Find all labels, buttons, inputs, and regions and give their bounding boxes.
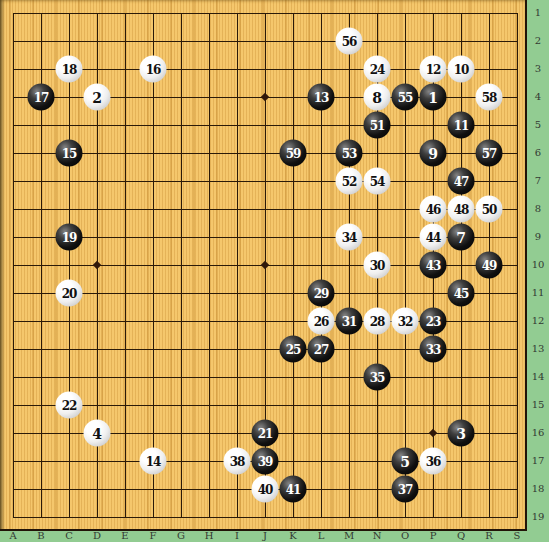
stone-move-number: 29 — [314, 287, 329, 299]
stone-move-number: 37 — [398, 483, 413, 495]
stone-move-number: 58 — [482, 91, 497, 103]
stone-move-number: 21 — [258, 427, 273, 439]
black-stone-C6: 15 — [56, 140, 83, 167]
black-stone-R6: 57 — [476, 140, 503, 167]
stone-move-number: 33 — [426, 343, 441, 355]
stone-move-number: 51 — [370, 119, 385, 131]
white-stone-Q8: 48 — [448, 196, 475, 223]
stone-move-number: 56 — [342, 35, 357, 47]
column-label-O: O — [401, 530, 409, 542]
black-stone-L13: 27 — [308, 336, 335, 363]
stone-move-number: 24 — [370, 63, 385, 75]
row-label-15: 15 — [527, 399, 549, 411]
row-label-11: 11 — [527, 287, 549, 299]
stone-move-number: 8 — [372, 90, 382, 104]
column-label-N: N — [373, 530, 382, 542]
stone-move-number: 45 — [454, 287, 469, 299]
go-kifu-diagram: 1234578910111213141516171819202122232425… — [0, 0, 549, 542]
row-label-10: 10 — [527, 259, 549, 271]
column-label-D: D — [93, 530, 101, 542]
stone-move-number: 41 — [286, 483, 301, 495]
white-stone-O12: 32 — [392, 308, 419, 335]
stone-move-number: 47 — [454, 175, 469, 187]
row-label-14: 14 — [527, 371, 549, 383]
white-stone-N4: 8 — [364, 84, 391, 111]
row-label-4: 4 — [527, 91, 549, 103]
stone-move-number: 22 — [62, 399, 77, 411]
stone-move-number: 2 — [92, 90, 102, 104]
stone-move-number: 36 — [426, 455, 441, 467]
stone-move-number: 55 — [398, 91, 413, 103]
black-stone-O18: 37 — [392, 476, 419, 503]
row-label-13: 13 — [527, 343, 549, 355]
stone-move-number: 50 — [482, 203, 497, 215]
row-label-5: 5 — [527, 119, 549, 131]
row-label-1: 1 — [527, 7, 549, 19]
column-label-C: C — [65, 530, 73, 542]
black-stone-N14: 35 — [364, 364, 391, 391]
white-stone-C11: 20 — [56, 280, 83, 307]
white-stone-I17: 38 — [224, 448, 251, 475]
stone-move-number: 44 — [426, 231, 441, 243]
black-stone-Q9: 7 — [448, 224, 475, 251]
stone-move-number: 20 — [62, 287, 77, 299]
white-stone-N3: 24 — [364, 56, 391, 83]
stone-move-number: 16 — [146, 63, 161, 75]
stone-move-number: 13 — [314, 91, 329, 103]
stone-move-number: 27 — [314, 343, 329, 355]
row-label-17: 17 — [527, 455, 549, 467]
column-label-P: P — [430, 530, 437, 542]
row-label-12: 12 — [527, 315, 549, 327]
stone-move-number: 26 — [314, 315, 329, 327]
row-label-19: 19 — [527, 511, 549, 523]
stone-move-number: 7 — [456, 230, 466, 244]
stone-move-number: 39 — [258, 455, 273, 467]
board-left-edge-shading — [0, 0, 5, 529]
row-label-6: 6 — [527, 147, 549, 159]
stone-move-number: 15 — [62, 147, 77, 159]
column-label-Q: Q — [457, 530, 465, 542]
black-stone-Q16: 3 — [448, 420, 475, 447]
black-stone-L4: 13 — [308, 84, 335, 111]
column-label-L: L — [318, 530, 325, 542]
white-stone-C15: 22 — [56, 392, 83, 419]
stone-move-number: 1 — [428, 90, 438, 104]
star-point — [261, 93, 269, 101]
white-stone-F17: 14 — [140, 448, 167, 475]
stone-move-number: 11 — [454, 119, 469, 131]
stone-move-number: 38 — [230, 455, 245, 467]
stone-move-number: 57 — [482, 147, 497, 159]
black-stone-L11: 29 — [308, 280, 335, 307]
white-stone-C3: 18 — [56, 56, 83, 83]
row-label-9: 9 — [527, 231, 549, 243]
row-label-16: 16 — [527, 427, 549, 439]
white-stone-M7: 52 — [336, 168, 363, 195]
white-stone-N7: 54 — [364, 168, 391, 195]
row-label-3: 3 — [527, 63, 549, 75]
column-label-A: A — [9, 530, 16, 542]
column-label-R: R — [485, 530, 493, 542]
stone-move-number: 32 — [398, 315, 413, 327]
black-stone-K18: 41 — [280, 476, 307, 503]
column-label-strip: ABCDEFGHIJKLMNOPQRS — [0, 531, 549, 542]
white-stone-Q3: 10 — [448, 56, 475, 83]
column-label-K: K — [289, 530, 296, 542]
white-stone-N10: 30 — [364, 252, 391, 279]
column-label-F: F — [150, 530, 157, 542]
black-stone-M6: 53 — [336, 140, 363, 167]
stone-move-number: 40 — [258, 483, 273, 495]
stone-move-number: 48 — [454, 203, 469, 215]
white-stone-L12: 26 — [308, 308, 335, 335]
row-label-2: 2 — [527, 35, 549, 47]
stone-move-number: 49 — [482, 259, 497, 271]
white-stone-J18: 40 — [252, 476, 279, 503]
stone-move-number: 3 — [456, 426, 466, 440]
stone-move-number: 35 — [370, 371, 385, 383]
black-stone-P10: 43 — [420, 252, 447, 279]
white-stone-F3: 16 — [140, 56, 167, 83]
stone-move-number: 4 — [92, 426, 102, 440]
stone-move-number: 52 — [342, 175, 357, 187]
black-stone-N5: 51 — [364, 112, 391, 139]
grid-vertical-line — [517, 13, 518, 518]
star-point — [93, 261, 101, 269]
stone-move-number: 12 — [426, 63, 441, 75]
black-stone-J16: 21 — [252, 420, 279, 447]
column-label-J: J — [263, 530, 267, 542]
white-stone-R8: 50 — [476, 196, 503, 223]
grid-vertical-line — [293, 13, 294, 518]
stone-move-number: 14 — [146, 455, 161, 467]
row-label-8: 8 — [527, 203, 549, 215]
black-stone-M12: 31 — [336, 308, 363, 335]
stone-move-number: 43 — [426, 259, 441, 271]
stone-move-number: 53 — [342, 147, 357, 159]
star-point — [429, 429, 437, 437]
stone-move-number: 31 — [342, 315, 357, 327]
black-stone-P12: 23 — [420, 308, 447, 335]
column-label-M: M — [344, 530, 354, 542]
stone-move-number: 17 — [34, 91, 49, 103]
black-stone-Q5: 11 — [448, 112, 475, 139]
black-stone-P6: 9 — [420, 140, 447, 167]
star-point — [261, 261, 269, 269]
black-stone-P13: 33 — [420, 336, 447, 363]
stone-move-number: 18 — [62, 63, 77, 75]
grid-vertical-line — [349, 13, 350, 518]
stone-move-number: 25 — [286, 343, 301, 355]
grid-horizontal-line — [13, 377, 518, 378]
column-label-B: B — [37, 530, 44, 542]
black-stone-B4: 17 — [28, 84, 55, 111]
stone-move-number: 5 — [400, 454, 410, 468]
white-stone-N12: 28 — [364, 308, 391, 335]
white-stone-P17: 36 — [420, 448, 447, 475]
stone-move-number: 54 — [370, 175, 385, 187]
column-label-S: S — [514, 530, 521, 542]
white-stone-M2: 56 — [336, 28, 363, 55]
stone-move-number: 59 — [286, 147, 301, 159]
black-stone-K6: 59 — [280, 140, 307, 167]
black-stone-O4: 55 — [392, 84, 419, 111]
column-label-H: H — [205, 530, 214, 542]
black-stone-R10: 49 — [476, 252, 503, 279]
grid-horizontal-line — [13, 405, 518, 406]
column-label-I: I — [235, 530, 239, 542]
white-stone-D4: 2 — [84, 84, 111, 111]
black-stone-J17: 39 — [252, 448, 279, 475]
white-stone-P8: 46 — [420, 196, 447, 223]
white-stone-P9: 44 — [420, 224, 447, 251]
stone-move-number: 34 — [342, 231, 357, 243]
stone-move-number: 30 — [370, 259, 385, 271]
column-label-E: E — [121, 530, 128, 542]
stone-move-number: 28 — [370, 315, 385, 327]
stone-move-number: 23 — [426, 315, 441, 327]
column-label-G: G — [177, 530, 185, 542]
black-stone-P4: 1 — [420, 84, 447, 111]
row-label-strip: 12345678910111213141516171819 — [527, 0, 549, 542]
row-label-18: 18 — [527, 483, 549, 495]
white-stone-R4: 58 — [476, 84, 503, 111]
stone-move-number: 9 — [428, 146, 438, 160]
white-stone-M9: 34 — [336, 224, 363, 251]
white-stone-P3: 12 — [420, 56, 447, 83]
stone-move-number: 46 — [426, 203, 441, 215]
black-stone-Q7: 47 — [448, 168, 475, 195]
black-stone-Q11: 45 — [448, 280, 475, 307]
white-stone-D16: 4 — [84, 420, 111, 447]
black-stone-C9: 19 — [56, 224, 83, 251]
go-board: 1234578910111213141516171819202122232425… — [0, 0, 527, 531]
row-label-7: 7 — [527, 175, 549, 187]
grid-horizontal-line — [13, 293, 518, 294]
grid-horizontal-line — [13, 517, 518, 518]
stone-move-number: 10 — [454, 63, 469, 75]
black-stone-K13: 25 — [280, 336, 307, 363]
black-stone-O17: 5 — [392, 448, 419, 475]
stone-move-number: 19 — [62, 231, 77, 243]
